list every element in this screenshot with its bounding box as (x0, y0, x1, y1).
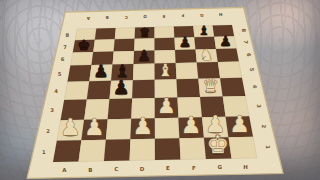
file-label-bottom-E: E (166, 165, 170, 171)
file-label-top-D: D (143, 14, 147, 19)
black-king-a7[interactable]: ♚ (77, 37, 90, 53)
rank-label-right-3: 3 (256, 104, 262, 108)
file-label-top-H: H (218, 12, 222, 17)
black-pawn-c4[interactable]: ♟ (113, 77, 130, 98)
square-c1[interactable] (104, 139, 130, 161)
rank-label-right-6: 6 (246, 53, 252, 57)
square-d4[interactable] (132, 80, 155, 99)
white-pawn-e3[interactable]: ♟ (157, 94, 176, 118)
white-pawn-a2[interactable]: ♟ (60, 114, 81, 140)
black-pawn-d6[interactable]: ♟ (137, 47, 151, 65)
square-f4[interactable] (177, 79, 201, 98)
white-king-g1[interactable]: ♚ (207, 130, 230, 159)
file-label-top-F: F (181, 13, 184, 18)
square-e8[interactable] (155, 27, 175, 39)
black-queen-d8[interactable]: ♛ (139, 25, 150, 40)
square-e1[interactable] (155, 138, 181, 160)
square-f5[interactable] (176, 63, 199, 80)
chess-board: 8765432187654321ABCDEFGHABCDEFGH♛♝♚♟♟♟♞♟… (0, 0, 320, 180)
rank-label-left-7: 7 (63, 44, 67, 50)
file-label-bottom-D: D (140, 166, 145, 172)
file-label-top-E: E (162, 14, 165, 19)
square-b7[interactable] (93, 39, 115, 52)
white-pawn-h2[interactable]: ♟ (229, 111, 250, 137)
square-b4[interactable] (87, 81, 111, 100)
square-h1[interactable] (228, 137, 257, 159)
white-pawn-d2[interactable]: ♟ (132, 113, 153, 139)
rank-label-right-5: 5 (249, 68, 255, 72)
file-label-bottom-C: C (114, 166, 118, 172)
white-pawn-b2[interactable]: ♟ (84, 114, 105, 140)
square-b8[interactable] (95, 28, 116, 40)
file-label-bottom-H: H (243, 164, 248, 170)
white-pawn-f2[interactable]: ♟ (181, 112, 202, 138)
rank-label-left-1: 1 (42, 149, 46, 155)
file-label-bottom-A: A (62, 167, 67, 173)
black-pawn-f7[interactable]: ♟ (179, 34, 192, 50)
file-label-top-G: G (199, 13, 203, 18)
square-b1[interactable] (79, 140, 106, 162)
square-a6[interactable] (70, 52, 93, 66)
rank-label-right-2: 2 (261, 125, 267, 129)
rank-label-right-8: 8 (241, 29, 247, 33)
rank-label-right-4: 4 (252, 85, 258, 89)
rank-label-left-2: 2 (46, 128, 50, 134)
square-e7[interactable] (155, 38, 175, 51)
white-queen-g4[interactable]: ♛ (202, 75, 219, 96)
rank-label-left-6: 6 (61, 56, 65, 62)
file-label-top-B: B (106, 15, 109, 20)
square-f6[interactable] (175, 49, 197, 63)
square-h6[interactable] (216, 48, 239, 62)
square-e2[interactable] (155, 118, 180, 139)
rank-label-right-1: 1 (265, 145, 271, 149)
square-c3[interactable] (108, 99, 132, 120)
photo-of-chessboard: { "game": "chess", "scene": "overhead ph… (0, 0, 320, 180)
black-pawn-h7[interactable]: ♟ (219, 33, 232, 49)
square-c2[interactable] (106, 119, 131, 140)
rank-label-right-7: 7 (243, 40, 249, 44)
rank-label-left-8: 8 (66, 32, 70, 38)
square-f1[interactable] (179, 138, 206, 160)
square-d1[interactable] (130, 139, 156, 161)
white-bishop-e5[interactable]: ♝ (158, 60, 173, 80)
square-c7[interactable] (114, 39, 135, 52)
square-h5[interactable] (218, 62, 242, 79)
square-a4[interactable] (64, 81, 89, 100)
square-a5[interactable] (67, 65, 91, 82)
black-bishop-g8[interactable]: ♝ (198, 23, 209, 38)
rank-label-left-4: 4 (54, 88, 58, 94)
rank-label-left-3: 3 (50, 107, 54, 113)
square-c8[interactable] (115, 28, 135, 40)
file-label-top-C: C (125, 15, 128, 20)
square-h4[interactable] (220, 78, 245, 97)
rank-label-left-5: 5 (58, 71, 62, 77)
square-a1[interactable] (53, 140, 81, 162)
file-label-bottom-G: G (218, 164, 223, 170)
white-knight-g6[interactable]: ♞ (200, 46, 214, 64)
file-label-bottom-B: B (88, 167, 92, 173)
file-label-bottom-F: F (192, 165, 196, 171)
square-d5[interactable] (133, 64, 155, 81)
black-pawn-b5[interactable]: ♟ (93, 61, 108, 81)
